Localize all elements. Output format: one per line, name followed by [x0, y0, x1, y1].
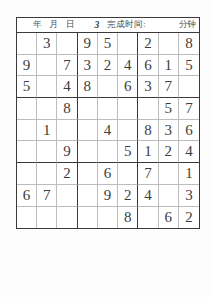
cell-r3-c1-given: 5: [17, 76, 37, 98]
cell-r1-c1-empty[interactable]: [17, 33, 37, 55]
board-header: 年 月 日 3 完成时间: 分钟: [17, 18, 199, 33]
cell-r5-c2-given: 1: [37, 120, 57, 142]
cell-r5-c7-given: 8: [138, 120, 158, 142]
puzzle-number: 3: [95, 20, 100, 30]
cell-r5-c6-empty[interactable]: [118, 120, 138, 142]
cell-r6-c8-given: 2: [159, 141, 179, 163]
cell-r1-c3-empty[interactable]: [57, 33, 77, 55]
cell-r2-c6-given: 4: [118, 55, 138, 77]
cell-r7-c5-given: 6: [98, 163, 118, 185]
cell-r7-c2-empty[interactable]: [37, 163, 57, 185]
cell-r8-c4-empty[interactable]: [78, 185, 98, 207]
cell-r9-c2-empty[interactable]: [37, 207, 57, 229]
cell-r9-c1-empty[interactable]: [17, 207, 37, 229]
cell-r6-c9-given: 4: [179, 141, 199, 163]
cell-r7-c1-empty[interactable]: [17, 163, 37, 185]
cell-r8-c9-given: 3: [179, 185, 199, 207]
cell-r2-c4-given: 3: [78, 55, 98, 77]
cell-r6-c5-empty[interactable]: [98, 141, 118, 163]
cell-r6-c2-empty[interactable]: [37, 141, 57, 163]
cell-r7-c3-given: 2: [57, 163, 77, 185]
cell-r9-c7-empty[interactable]: [138, 207, 158, 229]
cell-r2-c8-given: 1: [159, 55, 179, 77]
cell-r5-c5-given: 4: [98, 120, 118, 142]
cell-r3-c2-empty[interactable]: [37, 76, 57, 98]
minutes-label: 分钟: [179, 19, 196, 31]
cell-r9-c3-empty[interactable]: [57, 207, 77, 229]
cell-r3-c3-given: 4: [57, 76, 77, 98]
cell-r8-c3-empty[interactable]: [57, 185, 77, 207]
cell-r2-c1-given: 9: [17, 55, 37, 77]
cell-r9-c8-given: 6: [159, 207, 179, 229]
sudoku-grid: 3952897324615548637857148369512426716792…: [17, 33, 199, 228]
cell-r3-c5-empty[interactable]: [98, 76, 118, 98]
cell-r6-c1-empty[interactable]: [17, 141, 37, 163]
cell-r1-c4-given: 9: [78, 33, 98, 55]
cell-r5-c4-empty[interactable]: [78, 120, 98, 142]
cell-r4-c9-given: 7: [179, 98, 199, 120]
cell-r9-c4-empty[interactable]: [78, 207, 98, 229]
cell-r6-c7-given: 1: [138, 141, 158, 163]
cell-r1-c8-empty[interactable]: [159, 33, 179, 55]
cell-r8-c5-given: 9: [98, 185, 118, 207]
cell-r4-c8-given: 5: [159, 98, 179, 120]
cell-r5-c3-empty[interactable]: [57, 120, 77, 142]
cell-r1-c6-empty[interactable]: [118, 33, 138, 55]
cell-r8-c8-empty[interactable]: [159, 185, 179, 207]
cell-r4-c3-given: 8: [57, 98, 77, 120]
cell-r5-c1-empty[interactable]: [17, 120, 37, 142]
cell-r8-c1-given: 6: [17, 185, 37, 207]
cell-r6-c4-empty[interactable]: [78, 141, 98, 163]
cell-r3-c9-empty[interactable]: [179, 76, 199, 98]
cell-r8-c2-given: 7: [37, 185, 57, 207]
cell-r1-c2-given: 3: [37, 33, 57, 55]
cell-r7-c4-empty[interactable]: [78, 163, 98, 185]
cell-r3-c6-given: 6: [118, 76, 138, 98]
sudoku-board: 年 月 日 3 完成时间: 分钟 39528973246155486378571…: [16, 17, 200, 229]
completion-time-label: 完成时间:: [107, 19, 146, 31]
cell-r9-c9-given: 2: [179, 207, 199, 229]
cell-r5-c9-given: 6: [179, 120, 199, 142]
cell-r4-c5-empty[interactable]: [98, 98, 118, 120]
cell-r4-c4-empty[interactable]: [78, 98, 98, 120]
cell-r1-c9-given: 8: [179, 33, 199, 55]
year-label: 年: [33, 19, 42, 31]
cell-r4-c7-empty[interactable]: [138, 98, 158, 120]
cell-r4-c6-empty[interactable]: [118, 98, 138, 120]
cell-r3-c4-given: 8: [78, 76, 98, 98]
cell-r9-c6-given: 8: [118, 207, 138, 229]
worksheet-page: 年 月 日 3 完成时间: 分钟 39528973246155486378571…: [0, 0, 210, 297]
cell-r1-c5-given: 5: [98, 33, 118, 55]
cell-r8-c6-given: 2: [118, 185, 138, 207]
cell-r7-c6-empty[interactable]: [118, 163, 138, 185]
day-label: 日: [66, 19, 75, 31]
cell-r5-c8-given: 3: [159, 120, 179, 142]
cell-r1-c7-given: 2: [138, 33, 158, 55]
cell-r7-c7-given: 7: [138, 163, 158, 185]
cell-r9-c5-empty[interactable]: [98, 207, 118, 229]
cell-r6-c6-given: 5: [118, 141, 138, 163]
cell-r2-c2-empty[interactable]: [37, 55, 57, 77]
cell-r4-c1-empty[interactable]: [17, 98, 37, 120]
cell-r8-c7-given: 4: [138, 185, 158, 207]
cell-r2-c9-given: 5: [179, 55, 199, 77]
cell-r4-c2-empty[interactable]: [37, 98, 57, 120]
month-label: 月: [50, 19, 59, 31]
cell-r2-c5-given: 2: [98, 55, 118, 77]
cell-r3-c7-given: 3: [138, 76, 158, 98]
cell-r2-c7-given: 6: [138, 55, 158, 77]
cell-r2-c3-given: 7: [57, 55, 77, 77]
cell-r3-c8-given: 7: [159, 76, 179, 98]
cell-r7-c9-given: 1: [179, 163, 199, 185]
cell-r6-c3-given: 9: [57, 141, 77, 163]
cell-r7-c8-empty[interactable]: [159, 163, 179, 185]
